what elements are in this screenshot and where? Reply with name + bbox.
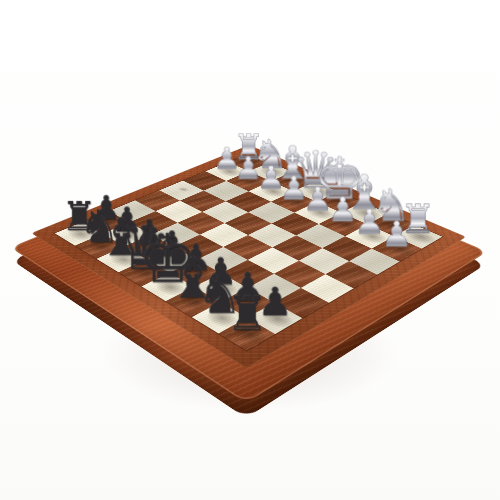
pawn-glyph: ♟ [381,219,412,248]
rook-glyph: ♜ [226,294,268,334]
photo-scene: ♜♞♝♛♚♝♞♜♟♟♟♟♟♟♟♟♟♟♟♟♟♟♟♟♜♞♝♛♚♝♞♜ [0,0,500,500]
pawn-glyph: ♟ [354,207,385,236]
